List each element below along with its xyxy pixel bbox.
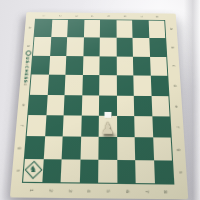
table-cloth: 12345678 12345678 abcdefgh abcdefgh US C…: [0, 0, 200, 200]
coord-label: 2: [44, 182, 57, 199]
square-h8[interactable]: [154, 160, 174, 183]
square-e6[interactable]: [116, 95, 134, 116]
square-h6[interactable]: [117, 160, 136, 183]
square-e5[interactable]: [99, 95, 117, 116]
knight-diamond-emblem: ♞: [23, 159, 43, 182]
coord-label: 8: [159, 183, 172, 200]
square-e8[interactable]: [151, 96, 169, 117]
square-a3[interactable]: [67, 20, 84, 38]
square-a8[interactable]: [148, 21, 165, 39]
square-c2[interactable]: [48, 56, 66, 75]
square-d7[interactable]: [133, 76, 151, 96]
square-b1[interactable]: [33, 37, 51, 55]
coord-label: 5: [102, 183, 114, 200]
knight-icon: ♞: [29, 166, 37, 175]
square-c3[interactable]: [65, 56, 83, 75]
square-f2[interactable]: [45, 115, 64, 137]
square-g6[interactable]: [117, 137, 136, 160]
square-f4[interactable]: [81, 115, 99, 137]
square-g1[interactable]: [25, 136, 45, 158]
brand-text: US CHESS: [23, 57, 30, 84]
square-g5[interactable]: [98, 137, 116, 160]
diamond-outline: ♞: [24, 161, 42, 179]
square-c5[interactable]: [99, 56, 116, 75]
square-f3[interactable]: [63, 115, 82, 137]
square-d3[interactable]: [65, 75, 83, 95]
square-b3[interactable]: [66, 38, 83, 57]
square-c7[interactable]: [133, 57, 150, 76]
square-c4[interactable]: [82, 56, 99, 75]
square-g7[interactable]: [135, 137, 154, 160]
coord-label: 1: [24, 182, 37, 199]
square-d5[interactable]: [99, 75, 116, 95]
square-g8[interactable]: [153, 138, 172, 161]
square-b6[interactable]: [116, 38, 133, 57]
square-e1[interactable]: [28, 94, 47, 115]
square-b4[interactable]: [83, 38, 100, 57]
coord-label: 7: [140, 183, 152, 200]
square-f1[interactable]: [27, 115, 46, 137]
square-e3[interactable]: [64, 95, 82, 116]
white-pawn[interactable]: ♟: [100, 121, 115, 137]
square-d8[interactable]: [150, 76, 168, 96]
square-h5[interactable]: [98, 159, 117, 182]
square-a7[interactable]: [132, 20, 149, 38]
board-grid: ♟♞: [22, 19, 174, 185]
square-b2[interactable]: [50, 37, 67, 55]
square-e7[interactable]: [134, 95, 152, 116]
square-f5[interactable]: ♟: [99, 116, 117, 138]
square-h7[interactable]: [135, 160, 154, 183]
coord-label: 4: [82, 182, 94, 199]
square-d6[interactable]: [116, 75, 133, 95]
coord-label: 3: [63, 182, 76, 199]
square-a1[interactable]: [34, 20, 51, 38]
rank-labels-bottom: 12345678: [21, 183, 175, 199]
square-d1[interactable]: [30, 75, 49, 95]
square-e4[interactable]: [81, 95, 99, 116]
logo-circle-icon: [25, 50, 31, 55]
square-b8[interactable]: [149, 38, 166, 57]
coord-label: 6: [121, 183, 133, 200]
square-h2[interactable]: [42, 159, 62, 182]
square-a6[interactable]: [116, 20, 132, 38]
square-d2[interactable]: [47, 75, 65, 95]
square-a4[interactable]: [83, 20, 100, 38]
square-e2[interactable]: [46, 95, 65, 116]
square-h3[interactable]: [61, 159, 80, 182]
square-b7[interactable]: [133, 38, 150, 57]
square-f7[interactable]: [134, 116, 152, 138]
square-g4[interactable]: [80, 137, 99, 160]
square-a2[interactable]: [51, 20, 68, 38]
square-h4[interactable]: [79, 159, 98, 182]
square-c6[interactable]: [116, 56, 133, 75]
small-white-object[interactable]: [105, 112, 112, 118]
square-b5[interactable]: [100, 38, 117, 57]
square-g3[interactable]: [62, 137, 81, 159]
square-d4[interactable]: [82, 75, 100, 95]
square-f6[interactable]: [117, 116, 135, 138]
square-a5[interactable]: [100, 20, 116, 38]
square-c8[interactable]: [150, 57, 168, 76]
square-h1[interactable]: ♞: [23, 159, 43, 182]
square-f8[interactable]: [152, 116, 171, 138]
square-c1[interactable]: [32, 56, 50, 75]
chess-board-mat: 12345678 12345678 abcdefgh abcdefgh US C…: [10, 12, 188, 199]
square-g2[interactable]: [43, 136, 62, 158]
